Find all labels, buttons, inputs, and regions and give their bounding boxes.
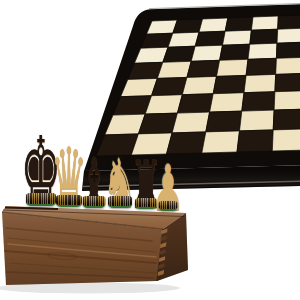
chess-set-product-photo: ♚ ♛ ♝ ♞ ♜ ♟: [0, 0, 300, 300]
pawn-carved-base: [159, 201, 178, 211]
displayed-pieces: ♚ ♛ ♝ ♞ ♜ ♟: [0, 0, 300, 300]
